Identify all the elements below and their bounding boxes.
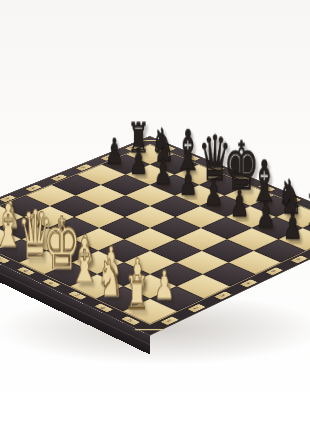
piece-black-pawn[interactable]: ♟ xyxy=(199,174,228,211)
chess-set-photo: abcdefgh abcdefgh 87654321 87654321 ♜♞♝♛… xyxy=(0,0,310,430)
piece-black-pawn[interactable]: ♟ xyxy=(225,185,254,222)
piece-white-rook[interactable]: ♜ xyxy=(121,270,153,317)
coord-chip: d xyxy=(17,267,35,275)
piece-black-pawn[interactable]: ♟ xyxy=(251,196,281,233)
piece-black-pawn[interactable]: ♟ xyxy=(278,207,308,245)
piece-white-pawn[interactable]: ♟ xyxy=(149,265,180,305)
